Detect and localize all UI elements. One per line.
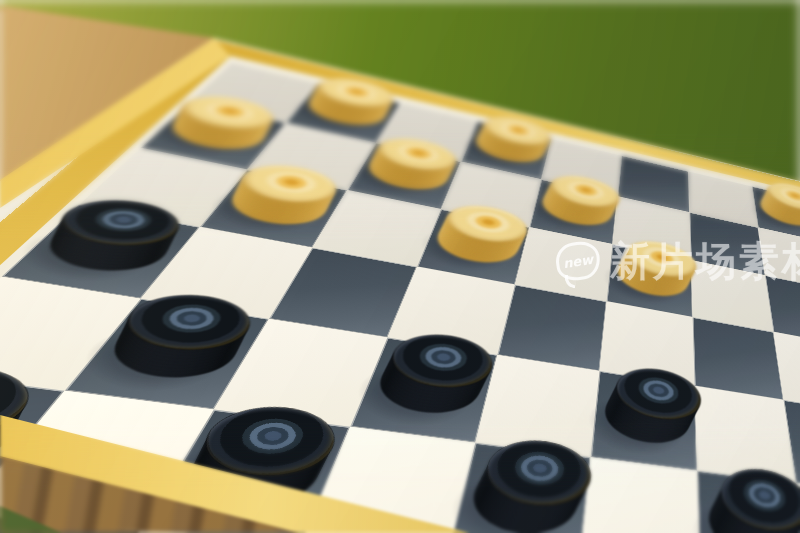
piece-black-g3 (706, 492, 799, 533)
piece-white-c7 (361, 154, 450, 198)
piece-white-b6 (220, 182, 333, 233)
watermark: new 新片场素材 (556, 241, 800, 281)
watermark-badge-label: new (562, 252, 594, 270)
piece-black-f4 (602, 389, 689, 451)
piece-black-e3 (465, 465, 580, 533)
watermark-new-badge: new (553, 239, 602, 283)
stock-photo-checkers: new 新片场素材 (0, 0, 800, 533)
watermark-text: 新片场素材 (610, 241, 800, 281)
square-g4 (695, 386, 796, 483)
square-f3 (579, 457, 700, 533)
piece-white-e7 (539, 190, 610, 232)
piece-white-d6 (431, 222, 520, 271)
piece-black-d4 (369, 356, 484, 422)
